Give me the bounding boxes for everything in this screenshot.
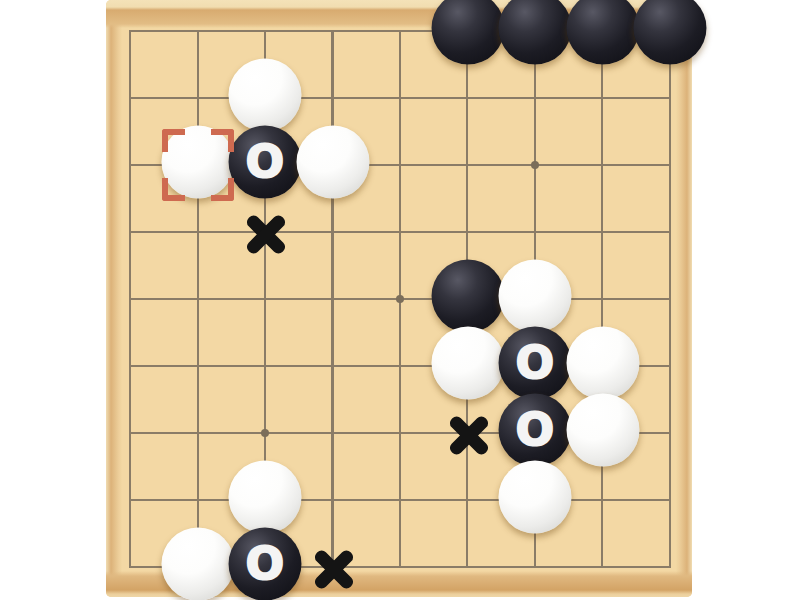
- white-stone: [566, 394, 639, 467]
- white-stone: [296, 126, 369, 199]
- screenshot-stage: OOOO: [0, 0, 800, 600]
- capture-marker-o: O: [516, 340, 554, 385]
- white-stone: [161, 126, 234, 199]
- black-stone: O: [229, 126, 302, 199]
- capture-marker-o: O: [246, 541, 284, 586]
- x-mark-icon[interactable]: [309, 544, 359, 594]
- black-stone: [431, 260, 504, 333]
- white-stone: [499, 260, 572, 333]
- capture-marker-o: O: [246, 139, 284, 184]
- star-point: [531, 161, 539, 169]
- white-stone: [566, 327, 639, 400]
- white-stone: [499, 461, 572, 534]
- x-mark-icon[interactable]: [241, 209, 291, 259]
- x-mark-icon[interactable]: [444, 410, 494, 460]
- white-stone: [161, 528, 234, 600]
- white-stone: [229, 461, 302, 534]
- black-stone: [634, 0, 707, 65]
- black-stone: O: [499, 327, 572, 400]
- capture-marker-o: O: [516, 407, 554, 452]
- white-stone: [229, 59, 302, 132]
- star-point: [261, 429, 269, 437]
- black-stone: O: [499, 394, 572, 467]
- star-point: [396, 295, 404, 303]
- white-stone: [431, 327, 504, 400]
- black-stone: O: [229, 528, 302, 600]
- go-board[interactable]: OOOO: [106, 0, 692, 597]
